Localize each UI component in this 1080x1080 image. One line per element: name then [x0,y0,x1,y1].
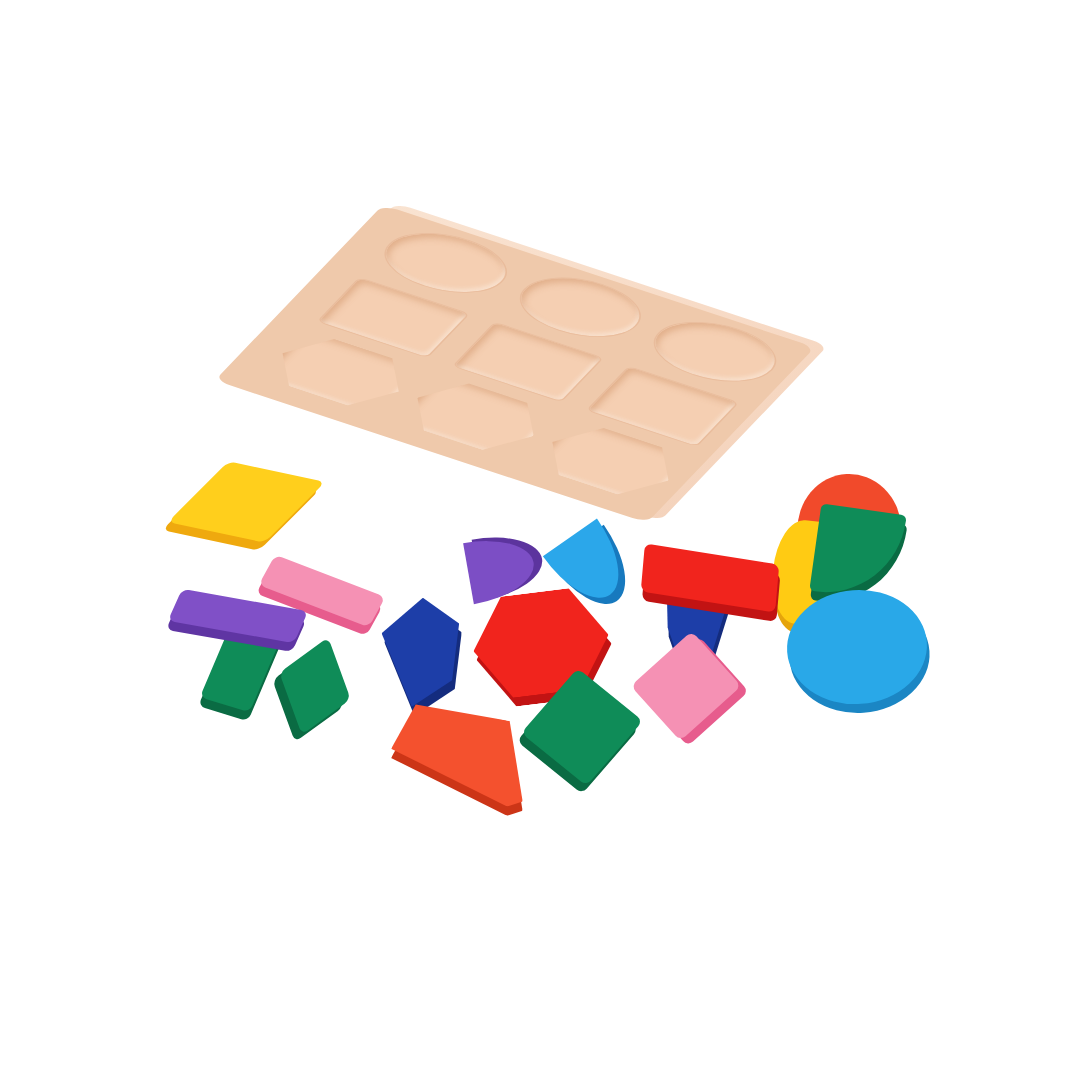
red-rectangle-piece[interactable] [641,543,780,612]
green-square-piece[interactable] [279,637,350,734]
recess-grid [258,219,798,505]
orange-trapezoid-piece[interactable] [384,696,539,809]
puzzle-board [228,203,828,521]
yellow-square-piece[interactable] [168,461,326,542]
blue-gem-piece[interactable] [379,595,464,708]
blue-circle-piece[interactable] [783,585,931,708]
product-photo-scene [0,0,1080,1080]
